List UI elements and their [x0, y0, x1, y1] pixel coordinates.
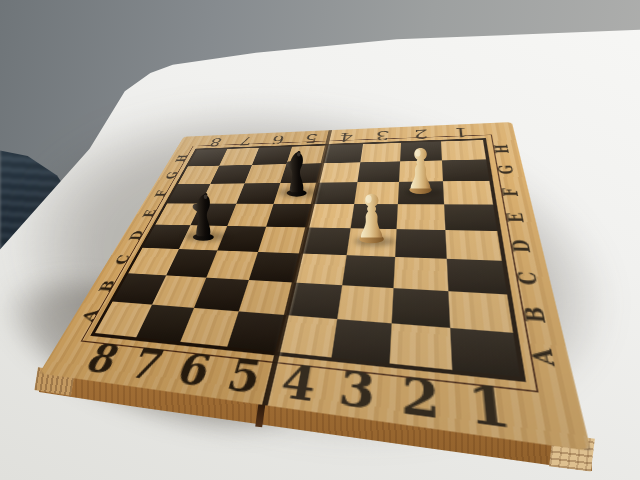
- right-label-D: D: [496, 232, 547, 262]
- square-c1[interactable]: [447, 259, 507, 295]
- square-g3[interactable]: [357, 161, 400, 182]
- right-label-B: B: [506, 295, 565, 335]
- square-b3[interactable]: [337, 285, 393, 323]
- right-label-E: E: [492, 205, 540, 231]
- black-knight-d7[interactable]: [187, 191, 219, 241]
- square-h1[interactable]: [441, 140, 486, 160]
- right-label-H: H: [482, 139, 522, 158]
- far-label-3: 3: [363, 127, 402, 144]
- near-label-1: 1: [452, 370, 531, 446]
- right-label-A: A: [512, 334, 576, 381]
- white-pawn-f2[interactable]: [407, 139, 434, 197]
- far-label-1: 1: [440, 123, 483, 141]
- near-label-3: 3: [323, 357, 390, 425]
- square-b1[interactable]: [448, 291, 513, 333]
- right-label-G: G: [485, 159, 527, 180]
- right-label-F: F: [488, 181, 533, 204]
- square-e1[interactable]: [444, 204, 497, 231]
- square-d4[interactable]: [301, 227, 351, 255]
- square-e2[interactable]: [397, 204, 446, 230]
- square-e4[interactable]: [307, 204, 354, 228]
- square-g1[interactable]: [442, 159, 489, 181]
- near-label-2: 2: [386, 363, 455, 435]
- square-c2[interactable]: [394, 257, 449, 291]
- square-c3[interactable]: [342, 255, 395, 288]
- far-label-4: 4: [327, 129, 366, 146]
- square-d2[interactable]: [395, 229, 447, 259]
- square-h3[interactable]: [360, 143, 401, 162]
- square-f1[interactable]: [443, 181, 493, 205]
- white-pawn-d3[interactable]: [357, 184, 386, 246]
- square-a3[interactable]: [332, 319, 392, 363]
- square-d1[interactable]: [445, 230, 502, 261]
- photo-scene: 87654321 87654321 HGFEDCBA HGFEDCBA: [0, 0, 640, 480]
- black-knight-f5[interactable]: [281, 149, 311, 197]
- square-a2[interactable]: [390, 323, 453, 370]
- right-label-C: C: [501, 262, 556, 296]
- square-h4[interactable]: [322, 144, 363, 163]
- square-b2[interactable]: [392, 288, 450, 328]
- square-g4[interactable]: [318, 162, 360, 182]
- square-a1[interactable]: [450, 328, 520, 377]
